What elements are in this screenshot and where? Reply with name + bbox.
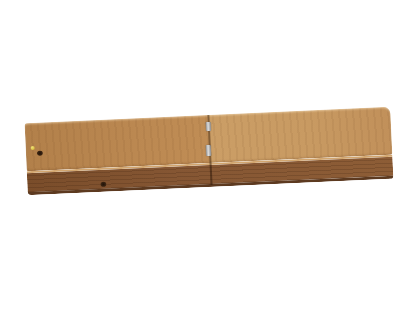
mancala-board (25, 107, 394, 196)
photo-white-background (0, 0, 416, 312)
fold-seam-front (210, 163, 213, 185)
hinge-icon (206, 122, 211, 131)
hinge-icon (206, 145, 211, 156)
yellow-paint-speck (31, 146, 35, 150)
wood-knot (100, 182, 106, 187)
wood-knot (37, 151, 43, 156)
